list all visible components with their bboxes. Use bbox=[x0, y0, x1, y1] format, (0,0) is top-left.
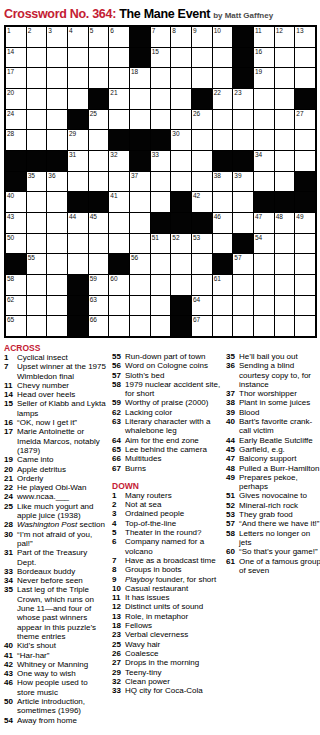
grid-cell[interactable]: 62 bbox=[6, 296, 26, 316]
grid-cell[interactable] bbox=[89, 130, 109, 150]
grid-cell[interactable] bbox=[27, 192, 47, 212]
clue-text: Casual restaurant bbox=[125, 584, 222, 593]
clue-number: 11 bbox=[4, 381, 17, 390]
grid-cell[interactable]: 11 bbox=[254, 27, 274, 47]
clue-number: 19 bbox=[4, 455, 17, 464]
grid-cell[interactable]: 12 bbox=[275, 27, 295, 47]
grid-cell[interactable] bbox=[109, 172, 129, 192]
grid-cell[interactable]: 24 bbox=[6, 110, 26, 130]
grid-cell[interactable] bbox=[47, 316, 67, 336]
grid-cell[interactable] bbox=[192, 172, 212, 192]
clue-text: Burns bbox=[125, 464, 222, 473]
clue-number: 23 bbox=[112, 630, 125, 639]
clue-number: 51 bbox=[226, 491, 239, 500]
grid-cell[interactable] bbox=[233, 192, 253, 212]
cell-number: 29 bbox=[69, 130, 76, 138]
grid-cell[interactable]: 28 bbox=[6, 130, 26, 150]
grid-cell[interactable]: 57 bbox=[233, 254, 253, 274]
grid-cell[interactable]: 54 bbox=[254, 234, 274, 254]
grid-cell[interactable] bbox=[233, 130, 253, 150]
grid-cell[interactable]: 51 bbox=[151, 234, 171, 254]
grid-cell[interactable]: 32 bbox=[109, 151, 129, 171]
grid-cell[interactable] bbox=[47, 213, 67, 233]
cell-number: 9 bbox=[193, 27, 197, 35]
clue-number: 65 bbox=[112, 445, 125, 454]
grid-cell[interactable] bbox=[295, 254, 315, 274]
clue-across-21: 21Orderly bbox=[4, 474, 106, 483]
grid-cell[interactable] bbox=[27, 68, 47, 88]
grid-cell[interactable]: 4 bbox=[68, 27, 88, 47]
cell-number: 2 bbox=[28, 27, 32, 35]
grid-cell[interactable]: 30 bbox=[171, 130, 191, 150]
clue-number: 24 bbox=[4, 492, 17, 501]
grid-cell[interactable] bbox=[295, 130, 315, 150]
clue-text: Gives novocaine to bbox=[239, 491, 320, 500]
grid-cell[interactable] bbox=[295, 275, 315, 295]
grid-cell[interactable] bbox=[275, 234, 295, 254]
clue-text: Bordeaux buddy bbox=[17, 567, 106, 576]
grid-cell[interactable] bbox=[47, 234, 67, 254]
across-clues-part1: 1Cyclical insect7Upset winner at the 197… bbox=[4, 353, 106, 725]
grid-cell[interactable] bbox=[68, 254, 88, 274]
grid-cell[interactable] bbox=[213, 130, 233, 150]
grid-cell[interactable]: 36 bbox=[47, 172, 67, 192]
grid-cell[interactable]: 44 bbox=[68, 213, 88, 233]
grid-cell[interactable] bbox=[275, 68, 295, 88]
cell-number: 36 bbox=[48, 172, 55, 180]
clue-number: 55 bbox=[112, 352, 125, 361]
clue-down-2: 2Not at sea bbox=[112, 500, 222, 509]
grid-cell[interactable] bbox=[275, 172, 295, 192]
grid-cell[interactable] bbox=[213, 110, 233, 130]
grid-cell[interactable]: 1 bbox=[6, 27, 26, 47]
cell-number: 12 bbox=[276, 27, 283, 35]
grid-cell[interactable] bbox=[89, 254, 109, 274]
grid-cell[interactable] bbox=[109, 110, 129, 130]
grid-cell[interactable]: 10 bbox=[213, 27, 233, 47]
grid-cell[interactable] bbox=[295, 296, 315, 316]
grid-cell[interactable] bbox=[151, 89, 171, 109]
clue-text: Wavy hair bbox=[125, 640, 222, 649]
cell-number: 47 bbox=[255, 213, 262, 221]
clue-across-64: 64Aim for the end zone bbox=[112, 436, 222, 445]
grid-cell[interactable]: 16 bbox=[254, 48, 274, 68]
grid-cell[interactable] bbox=[213, 48, 233, 68]
clue-number: 36 bbox=[226, 361, 239, 389]
grid-cell[interactable]: 22 bbox=[213, 89, 233, 109]
grid-cell[interactable] bbox=[47, 110, 67, 130]
cell-number: 59 bbox=[90, 275, 97, 283]
grid-cell[interactable] bbox=[151, 296, 171, 316]
clue-down-6: 6Company named for a volcano bbox=[112, 537, 222, 556]
grid-cell[interactable]: 29 bbox=[68, 130, 88, 150]
grid-cell[interactable] bbox=[233, 110, 253, 130]
grid-cell[interactable] bbox=[213, 234, 233, 254]
clue-across-22: 22He played Obi-Wan bbox=[4, 483, 106, 492]
grid-cell[interactable]: 25 bbox=[89, 110, 109, 130]
black-cell bbox=[68, 275, 88, 295]
grid-cell[interactable] bbox=[254, 296, 274, 316]
cell-number: 55 bbox=[28, 254, 35, 262]
grid-cell[interactable] bbox=[295, 234, 315, 254]
grid-cell[interactable] bbox=[233, 296, 253, 316]
clue-number: 1 bbox=[4, 353, 17, 362]
grid-cell[interactable] bbox=[254, 275, 274, 295]
clue-text: Like much yogurt and apple juice (1938) bbox=[17, 502, 106, 521]
black-cell bbox=[233, 151, 253, 171]
clue-down-27: 27Drops in the morning bbox=[112, 658, 222, 667]
grid-cell[interactable] bbox=[192, 151, 212, 171]
grid-cell[interactable] bbox=[171, 172, 191, 192]
grid-cell[interactable] bbox=[89, 172, 109, 192]
grid-cell[interactable]: 17 bbox=[6, 68, 26, 88]
cell-number: 24 bbox=[7, 110, 14, 118]
grid-cell[interactable]: 23 bbox=[233, 89, 253, 109]
clue-number: 56 bbox=[112, 361, 125, 370]
clue-down-25: 25Wavy hair bbox=[112, 640, 222, 649]
grid-cell[interactable] bbox=[295, 316, 315, 336]
grid-cell[interactable] bbox=[213, 68, 233, 88]
grid-cell[interactable]: 53 bbox=[192, 234, 212, 254]
grid-cell[interactable] bbox=[47, 48, 67, 68]
grid-cell[interactable] bbox=[109, 48, 129, 68]
cell-number: 33 bbox=[152, 151, 159, 159]
grid-cell[interactable]: 50 bbox=[6, 234, 26, 254]
clue-column-right: 35He’ll bail you out36Sending a blind co… bbox=[226, 343, 320, 725]
grid-cell[interactable] bbox=[151, 275, 171, 295]
grid-cell[interactable] bbox=[171, 151, 191, 171]
cell-number: 34 bbox=[255, 151, 262, 159]
grid-cell[interactable] bbox=[192, 254, 212, 274]
clue-text: Lacking color bbox=[125, 408, 222, 417]
grid-cell[interactable] bbox=[109, 213, 129, 233]
cell-number: 64 bbox=[193, 296, 200, 304]
clue-text: Literary character with a whalebone leg bbox=[125, 417, 222, 436]
grid-cell[interactable]: 42 bbox=[192, 192, 212, 212]
grid-cell[interactable] bbox=[89, 68, 109, 88]
grid-cell[interactable]: 47 bbox=[254, 213, 274, 233]
grid-cell[interactable] bbox=[47, 254, 67, 274]
clue-number: 44 bbox=[226, 436, 239, 445]
clue-text: “So that’s your game!” bbox=[239, 547, 320, 556]
grid-cell[interactable] bbox=[254, 110, 274, 130]
cell-number: 58 bbox=[7, 275, 14, 283]
grid-cell[interactable] bbox=[89, 48, 109, 68]
clue-text: Seller of Klabb and Lykta lamps bbox=[17, 399, 106, 418]
clue-down-8: 8Groups in boots bbox=[112, 565, 222, 574]
clue-number: 26 bbox=[112, 649, 125, 658]
cell-number: 7 bbox=[152, 27, 156, 35]
grid-cell[interactable]: 49 bbox=[295, 213, 315, 233]
cell-number: 57 bbox=[234, 254, 241, 262]
grid-cell[interactable] bbox=[275, 151, 295, 171]
clue-text: 1979 nuclear accident site, for short bbox=[125, 380, 222, 399]
grid-cell[interactable] bbox=[171, 48, 191, 68]
clue-down-58: 58Letters no longer on jets bbox=[226, 529, 320, 548]
grid-cell[interactable] bbox=[89, 151, 109, 171]
clue-lists: ACROSS 1Cyclical insect7Upset winner at … bbox=[0, 338, 320, 725]
grid-cell[interactable] bbox=[89, 234, 109, 254]
clue-text: Worthy of praise (2000) bbox=[125, 398, 222, 407]
grid-cell[interactable] bbox=[213, 296, 233, 316]
black-cell bbox=[6, 254, 26, 274]
clue-across-65: 65Lee behind the camera bbox=[112, 445, 222, 454]
cell-number: 50 bbox=[7, 234, 14, 242]
grid-cell[interactable] bbox=[171, 275, 191, 295]
grid-cell[interactable] bbox=[130, 234, 150, 254]
grid-cell[interactable]: 37 bbox=[130, 172, 150, 192]
clue-down-1: 1Many routers bbox=[112, 491, 222, 500]
grid-cell[interactable]: 7 bbox=[151, 27, 171, 47]
clue-text: Chevy number bbox=[17, 381, 106, 390]
black-cell bbox=[130, 130, 150, 150]
grid-cell[interactable] bbox=[295, 48, 315, 68]
grid-cell[interactable] bbox=[47, 89, 67, 109]
cell-number: 17 bbox=[7, 68, 14, 76]
grid-cell[interactable]: 46 bbox=[213, 213, 233, 233]
clue-text: Blood bbox=[239, 408, 320, 417]
grid-cell[interactable] bbox=[47, 68, 67, 88]
grid-cell[interactable]: 56 bbox=[130, 254, 150, 274]
grid-cell[interactable] bbox=[68, 234, 88, 254]
clue-across-25: 25Like much yogurt and apple juice (1938… bbox=[4, 502, 106, 521]
across-header: ACROSS bbox=[4, 343, 106, 353]
crossword-grid[interactable]: 1234567891011121314151617181920212223242… bbox=[4, 25, 317, 338]
grid-cell[interactable]: 13 bbox=[295, 27, 315, 47]
cell-number: 30 bbox=[172, 130, 179, 138]
grid-cell[interactable] bbox=[275, 89, 295, 109]
clue-number: 16 bbox=[4, 418, 17, 427]
down-clues-part2: 35He’ll bail you out36Sending a blind co… bbox=[226, 352, 320, 575]
grid-cell[interactable]: 40 bbox=[6, 192, 26, 212]
grid-cell[interactable]: 5 bbox=[89, 27, 109, 47]
grid-cell[interactable] bbox=[130, 89, 150, 109]
grid-cell[interactable]: 18 bbox=[130, 68, 150, 88]
grid-cell[interactable] bbox=[68, 89, 88, 109]
clue-number: 41 bbox=[4, 651, 17, 660]
clue-across-58: 581979 nuclear accident site, for short bbox=[112, 380, 222, 399]
clue-number: 63 bbox=[112, 417, 125, 436]
grid-cell[interactable]: 48 bbox=[275, 213, 295, 233]
grid-cell[interactable] bbox=[275, 110, 295, 130]
grid-cell[interactable]: 15 bbox=[151, 48, 171, 68]
grid-cell[interactable] bbox=[130, 316, 150, 336]
cell-number: 53 bbox=[193, 234, 200, 242]
grid-cell[interactable]: 66 bbox=[89, 316, 109, 336]
grid-cell[interactable] bbox=[47, 130, 67, 150]
black-cell bbox=[89, 192, 109, 212]
grid-cell[interactable] bbox=[254, 130, 274, 150]
clue-number: 62 bbox=[112, 408, 125, 417]
byline: by Matt Gaffney bbox=[213, 11, 273, 20]
grid-cell[interactable]: 9 bbox=[192, 27, 212, 47]
cell-number: 48 bbox=[276, 213, 283, 221]
grid-cell[interactable]: 61 bbox=[213, 275, 233, 295]
grid-cell[interactable]: 35 bbox=[27, 172, 47, 192]
grid-cell[interactable] bbox=[171, 110, 191, 130]
grid-cell[interactable] bbox=[27, 213, 47, 233]
cell-number: 19 bbox=[255, 68, 262, 76]
grid-cell[interactable] bbox=[151, 254, 171, 274]
grid-cell[interactable] bbox=[109, 234, 129, 254]
grid-cell[interactable]: 45 bbox=[89, 213, 109, 233]
cell-number: 46 bbox=[214, 213, 221, 221]
cell-number: 44 bbox=[69, 213, 76, 221]
grid-cell[interactable] bbox=[47, 296, 67, 316]
grid-cell[interactable] bbox=[233, 213, 253, 233]
clue-number: 14 bbox=[4, 390, 17, 399]
grid-cell[interactable]: 43 bbox=[6, 213, 26, 233]
grid-cell[interactable] bbox=[192, 48, 212, 68]
cell-number: 51 bbox=[152, 234, 159, 242]
clue-number: 50 bbox=[4, 697, 17, 716]
grid-cell[interactable] bbox=[171, 89, 191, 109]
grid-cell[interactable] bbox=[151, 68, 171, 88]
grid-cell[interactable] bbox=[109, 316, 129, 336]
clue-across-40: 40Kid’s shout bbox=[4, 641, 106, 650]
grid-cell[interactable] bbox=[130, 192, 150, 212]
black-cell bbox=[254, 192, 274, 212]
grid-cell[interactable]: 3 bbox=[47, 27, 67, 47]
grid-cell[interactable] bbox=[213, 192, 233, 212]
clue-number: 40 bbox=[4, 641, 17, 650]
grid-cell[interactable]: 59 bbox=[89, 275, 109, 295]
black-cell bbox=[68, 192, 88, 212]
grid-cell[interactable] bbox=[130, 213, 150, 233]
clue-down-52: 52Mineral-rich rock bbox=[226, 501, 320, 510]
clue-text: Orderly bbox=[17, 474, 106, 483]
grid-cell[interactable] bbox=[275, 275, 295, 295]
grid-cell[interactable]: 2 bbox=[27, 27, 47, 47]
grid-cell[interactable]: 39 bbox=[233, 172, 253, 192]
clue-number: 6 bbox=[112, 537, 125, 556]
grid-cell[interactable]: 14 bbox=[6, 48, 26, 68]
clue-text: Fellows bbox=[125, 621, 222, 630]
cell-number: 43 bbox=[7, 213, 14, 221]
grid-cell[interactable] bbox=[130, 110, 150, 130]
grid-cell[interactable] bbox=[47, 275, 67, 295]
clue-across-59: 59Worthy of praise (2000) bbox=[112, 398, 222, 407]
grid-cell[interactable]: 67 bbox=[192, 316, 212, 336]
cell-number: 67 bbox=[193, 316, 200, 324]
clue-text: Theater in the round? bbox=[125, 528, 222, 537]
grid-cell[interactable] bbox=[192, 130, 212, 150]
clue-number: 48 bbox=[226, 464, 239, 473]
clue-across-30: 30“I’m not afraid of you, pal!” bbox=[4, 530, 106, 549]
black-cell bbox=[213, 151, 233, 171]
grid-cell[interactable] bbox=[233, 275, 253, 295]
grid-cell[interactable] bbox=[275, 296, 295, 316]
grid-cell[interactable]: 8 bbox=[171, 27, 191, 47]
grid-cell[interactable] bbox=[275, 130, 295, 150]
grid-cell[interactable] bbox=[47, 192, 67, 212]
grid-cell[interactable]: 63 bbox=[89, 296, 109, 316]
clue-number: 9 bbox=[112, 575, 125, 584]
grid-cell[interactable]: 64 bbox=[192, 296, 212, 316]
grid-cell[interactable] bbox=[27, 48, 47, 68]
grid-cell[interactable] bbox=[275, 316, 295, 336]
grid-cell[interactable] bbox=[27, 296, 47, 316]
black-cell bbox=[192, 213, 212, 233]
grid-cell[interactable]: 26 bbox=[192, 110, 212, 130]
grid-cell[interactable]: 20 bbox=[6, 89, 26, 109]
grid-cell[interactable]: 38 bbox=[213, 172, 233, 192]
grid-cell[interactable] bbox=[130, 296, 150, 316]
grid-cell[interactable]: 31 bbox=[68, 151, 88, 171]
grid-cell[interactable] bbox=[192, 275, 212, 295]
grid-cell[interactable] bbox=[254, 254, 274, 274]
grid-cell[interactable] bbox=[109, 296, 129, 316]
grid-cell[interactable] bbox=[275, 254, 295, 274]
grid-cell[interactable] bbox=[27, 110, 47, 130]
clue-down-18: 18Fellows bbox=[112, 621, 222, 630]
grid-cell[interactable]: 52 bbox=[171, 234, 191, 254]
clue-across-57: 57Sloth’s bed bbox=[112, 371, 222, 380]
grid-cell[interactable]: 60 bbox=[109, 275, 129, 295]
grid-cell[interactable] bbox=[109, 68, 129, 88]
grid-cell[interactable] bbox=[213, 316, 233, 336]
grid-cell[interactable] bbox=[171, 68, 191, 88]
clue-down-23: 23Verbal cleverness bbox=[112, 630, 222, 639]
grid-cell[interactable]: 6 bbox=[109, 27, 129, 47]
grid-cell[interactable] bbox=[68, 48, 88, 68]
clue-text: It has issues bbox=[125, 593, 222, 602]
black-cell bbox=[130, 48, 150, 68]
cell-number: 6 bbox=[110, 27, 114, 35]
grid-cell[interactable]: 41 bbox=[109, 192, 129, 212]
cell-number: 37 bbox=[131, 172, 138, 180]
clue-down-48: 48Pulled a Burr-Hamilton bbox=[226, 464, 320, 473]
grid-cell[interactable] bbox=[130, 275, 150, 295]
grid-cell[interactable] bbox=[68, 68, 88, 88]
clue-text: Last leg of the Triple Crown, which runs… bbox=[17, 585, 106, 641]
grid-cell[interactable]: 65 bbox=[6, 316, 26, 336]
grid-cell[interactable] bbox=[275, 48, 295, 68]
grid-cell[interactable] bbox=[151, 192, 171, 212]
grid-cell[interactable] bbox=[151, 110, 171, 130]
cell-number: 62 bbox=[7, 296, 14, 304]
clue-number: 21 bbox=[4, 474, 17, 483]
grid-cell[interactable] bbox=[68, 172, 88, 192]
grid-cell[interactable]: 58 bbox=[6, 275, 26, 295]
grid-cell[interactable] bbox=[295, 68, 315, 88]
black-cell bbox=[213, 254, 233, 274]
clue-number: 49 bbox=[226, 473, 239, 492]
grid-cell[interactable] bbox=[27, 89, 47, 109]
grid-cell[interactable] bbox=[254, 172, 274, 192]
grid-cell[interactable]: 27 bbox=[295, 110, 315, 130]
grid-cell[interactable]: 19 bbox=[254, 68, 274, 88]
clue-across-7: 7Upset winner at the 1975 Wimbledon fina… bbox=[4, 362, 106, 381]
grid-cell[interactable]: 34 bbox=[254, 151, 274, 171]
grid-cell[interactable]: 33 bbox=[151, 151, 171, 171]
grid-cell[interactable] bbox=[192, 68, 212, 88]
grid-cell[interactable] bbox=[151, 316, 171, 336]
grid-cell[interactable] bbox=[254, 89, 274, 109]
grid-cell[interactable] bbox=[233, 316, 253, 336]
black-cell bbox=[151, 213, 171, 233]
grid-cell[interactable] bbox=[295, 151, 315, 171]
grid-cell[interactable]: 21 bbox=[109, 89, 129, 109]
grid-cell[interactable] bbox=[27, 275, 47, 295]
grid-cell[interactable] bbox=[27, 234, 47, 254]
grid-cell[interactable] bbox=[254, 316, 274, 336]
grid-cell[interactable] bbox=[151, 172, 171, 192]
grid-cell[interactable] bbox=[27, 130, 47, 150]
grid-cell[interactable] bbox=[171, 254, 191, 274]
grid-cell[interactable] bbox=[27, 316, 47, 336]
grid-cell[interactable]: 55 bbox=[27, 254, 47, 274]
